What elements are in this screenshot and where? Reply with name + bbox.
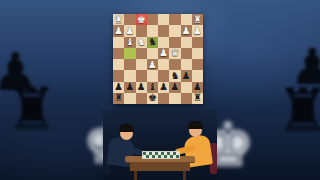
square-g1[interactable]: [124, 14, 135, 25]
square-d2[interactable]: [158, 25, 169, 36]
piece-black-king[interactable]: ♚: [148, 93, 157, 103]
square-c5[interactable]: [169, 59, 180, 70]
square-e5[interactable]: ♟: [147, 59, 158, 70]
square-c3[interactable]: [169, 37, 180, 48]
square-d1[interactable]: [158, 14, 169, 25]
piece-black-pawn[interactable]: ♟: [114, 82, 123, 92]
square-a7[interactable]: ♟: [192, 82, 203, 93]
piece-white-queen[interactable]: ♛: [170, 48, 179, 58]
piece-black-rook[interactable]: ♜: [193, 93, 202, 103]
square-h3[interactable]: [113, 37, 124, 48]
square-g7[interactable]: ♟: [124, 82, 135, 93]
square-f1[interactable]: ♚: [136, 14, 147, 25]
square-b6[interactable]: ♟: [181, 70, 192, 81]
square-e4[interactable]: [147, 48, 158, 59]
square-c7[interactable]: ♟: [169, 82, 180, 93]
square-f7[interactable]: ♟: [136, 82, 147, 93]
black-rook-silhouette-left: ♜: [6, 80, 58, 138]
piece-white-pawn[interactable]: ♟: [125, 25, 134, 35]
piece-black-pawn[interactable]: ♟: [125, 82, 134, 92]
square-g5[interactable]: [124, 59, 135, 70]
square-d6[interactable]: [158, 70, 169, 81]
chess-board[interactable]: ♜♚♜♟♟♟♟♝♞♞♟♛♟♞♟♟♟♟♝♟♟♟♜♚♜: [113, 14, 203, 104]
piece-white-pawn[interactable]: ♟: [148, 59, 157, 69]
square-e6[interactable]: [147, 70, 158, 81]
piece-black-pawn[interactable]: ♟: [170, 82, 179, 92]
square-d3[interactable]: [158, 37, 169, 48]
piece-white-pawn[interactable]: ♟: [182, 25, 191, 35]
square-g6[interactable]: [124, 70, 135, 81]
square-g2[interactable]: ♟: [124, 25, 135, 36]
square-d8[interactable]: [158, 93, 169, 104]
piece-black-knight[interactable]: ♞: [170, 70, 179, 80]
illustration-mini-chessboard: [142, 151, 180, 159]
square-e8[interactable]: ♚: [147, 93, 158, 104]
piece-black-pawn[interactable]: ♟: [137, 82, 146, 92]
square-b1[interactable]: [181, 14, 192, 25]
square-d7[interactable]: ♟: [158, 82, 169, 93]
square-h2[interactable]: ♟: [113, 25, 124, 36]
square-f3[interactable]: ♞: [136, 37, 147, 48]
square-f4[interactable]: [136, 48, 147, 59]
piece-white-pawn[interactable]: ♟: [114, 25, 123, 35]
piece-black-pawn[interactable]: ♟: [159, 82, 168, 92]
square-g3[interactable]: ♝: [124, 37, 135, 48]
square-e1[interactable]: [147, 14, 158, 25]
square-e3[interactable]: ♞: [147, 37, 158, 48]
piece-black-pawn[interactable]: ♟: [182, 70, 191, 80]
square-c4[interactable]: ♛: [169, 48, 180, 59]
square-b3[interactable]: [181, 37, 192, 48]
square-f2[interactable]: [136, 25, 147, 36]
square-b7[interactable]: [181, 82, 192, 93]
piece-black-knight[interactable]: ♞: [148, 37, 157, 47]
square-a1[interactable]: ♜: [192, 14, 203, 25]
square-c6[interactable]: ♞: [169, 70, 180, 81]
black-rook-silhouette-right: ♜: [276, 80, 320, 140]
right-player-hair: [188, 121, 203, 129]
square-f5[interactable]: [136, 59, 147, 70]
piece-black-bishop[interactable]: ♝: [148, 82, 157, 92]
square-d5[interactable]: [158, 59, 169, 70]
square-a3[interactable]: [192, 37, 203, 48]
piece-white-knight[interactable]: ♞: [137, 37, 146, 47]
square-f8[interactable]: [136, 93, 147, 104]
square-h8[interactable]: ♜: [113, 93, 124, 104]
square-b2[interactable]: ♟: [181, 25, 192, 36]
square-b5[interactable]: [181, 59, 192, 70]
square-a5[interactable]: [192, 59, 203, 70]
piece-white-pawn[interactable]: ♟: [159, 48, 168, 58]
square-a2[interactable]: ♟: [192, 25, 203, 36]
piece-white-rook[interactable]: ♜: [193, 14, 202, 24]
square-g8[interactable]: [124, 93, 135, 104]
piece-white-pawn[interactable]: ♟: [193, 25, 202, 35]
left-player-hair: [119, 124, 134, 132]
square-e7[interactable]: ♝: [147, 82, 158, 93]
square-c8[interactable]: [169, 93, 180, 104]
square-d4[interactable]: ♟: [158, 48, 169, 59]
square-e2[interactable]: [147, 25, 158, 36]
piece-black-pawn[interactable]: ♟: [193, 82, 202, 92]
square-h4[interactable]: [113, 48, 124, 59]
square-h7[interactable]: ♟: [113, 82, 124, 93]
piece-white-king[interactable]: ♚: [137, 14, 146, 24]
square-c1[interactable]: [169, 14, 180, 25]
square-h5[interactable]: [113, 59, 124, 70]
square-b4[interactable]: [181, 48, 192, 59]
piece-black-rook[interactable]: ♜: [114, 93, 123, 103]
illustration-panel: [103, 110, 217, 180]
square-a4[interactable]: [192, 48, 203, 59]
illustration-table-front: [130, 162, 190, 171]
video-frame: ♟ ♜ ♟ ♜ ♚ ♚ ♜♚♜♟♟♟♟♝♞♞♟♛♟♞♟♟♟♟♝♟♟♟♜♚♜: [0, 0, 320, 180]
square-a8[interactable]: ♜: [192, 93, 203, 104]
piece-white-bishop[interactable]: ♝: [125, 37, 134, 47]
square-h1[interactable]: ♜: [113, 14, 124, 25]
square-c2[interactable]: [169, 25, 180, 36]
square-g4[interactable]: [124, 48, 135, 59]
square-f6[interactable]: [136, 70, 147, 81]
square-a6[interactable]: [192, 70, 203, 81]
piece-white-rook[interactable]: ♜: [114, 14, 123, 24]
square-b8[interactable]: [181, 93, 192, 104]
square-h6[interactable]: [113, 70, 124, 81]
